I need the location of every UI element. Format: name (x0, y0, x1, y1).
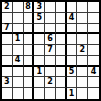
cell-r8c5[interactable]: 2 (45, 77, 56, 88)
cell-r7c5[interactable] (45, 67, 56, 78)
cell-r7c4[interactable]: 1 (34, 67, 45, 78)
cell-r1c3[interactable]: 8 (24, 2, 35, 13)
cell-r1c4[interactable]: 3 (34, 2, 45, 13)
cell-r9c7[interactable]: 1 (67, 88, 78, 99)
cell-r5c6[interactable] (56, 45, 67, 56)
cell-r7c9[interactable]: 4 (88, 67, 99, 78)
cell-r2c8[interactable] (77, 13, 88, 24)
cell-r4c1[interactable] (2, 34, 13, 45)
cell-r5c5[interactable]: 7 (45, 45, 56, 56)
cell-r7c7[interactable]: 5 (67, 67, 78, 78)
cell-r4c8[interactable] (77, 34, 88, 45)
cell-r1c1[interactable]: 2 (2, 2, 13, 13)
cell-r7c2[interactable] (13, 67, 24, 78)
cell-r4c3[interactable] (24, 34, 35, 45)
cell-r4c6[interactable] (56, 34, 67, 45)
cell-r6c8[interactable] (77, 56, 88, 67)
cell-r1c8[interactable] (77, 2, 88, 13)
cell-r7c3[interactable] (24, 67, 35, 78)
cell-r1c5[interactable] (45, 2, 56, 13)
cell-r4c9[interactable] (88, 34, 99, 45)
given-digit: 2 (47, 78, 53, 86)
cell-r9c3[interactable] (24, 88, 35, 99)
given-digit: 5 (36, 13, 42, 21)
cell-r3c5[interactable] (45, 24, 56, 35)
cell-r5c9[interactable] (88, 45, 99, 56)
given-digit: 7 (4, 23, 10, 31)
cell-r8c3[interactable] (24, 77, 35, 88)
cell-r3c4[interactable] (34, 24, 45, 35)
given-digit: 1 (15, 35, 21, 43)
cell-r8c9[interactable] (88, 77, 99, 88)
given-digit: 1 (69, 89, 75, 97)
cell-r9c6[interactable] (56, 88, 67, 99)
cell-r1c9[interactable] (88, 2, 99, 13)
cell-r9c1[interactable] (2, 88, 13, 99)
cell-r7c1[interactable] (2, 67, 13, 78)
cell-r4c4[interactable] (34, 34, 45, 45)
cell-r6c6[interactable] (56, 56, 67, 67)
cell-r5c8[interactable]: 2 (77, 45, 88, 56)
cell-r7c6[interactable] (56, 67, 67, 78)
given-digit: 4 (91, 67, 97, 75)
cell-r2c9[interactable] (88, 13, 99, 24)
given-digit: 4 (69, 13, 75, 21)
given-digit: 1 (36, 67, 42, 75)
given-digit: 5 (69, 67, 75, 75)
cell-r5c1[interactable] (2, 45, 13, 56)
given-digit: 2 (80, 45, 86, 53)
cell-r2c2[interactable] (13, 13, 24, 24)
given-digit: 3 (4, 78, 10, 86)
cell-r2c7[interactable]: 4 (67, 13, 78, 24)
cell-r6c4[interactable] (34, 56, 45, 67)
cell-r5c7[interactable] (67, 45, 78, 56)
cell-r9c2[interactable] (13, 88, 24, 99)
given-digit: 3 (36, 2, 42, 10)
given-digit: 6 (47, 35, 53, 43)
cell-r4c5[interactable]: 6 (45, 34, 56, 45)
cell-r3c6[interactable] (56, 24, 67, 35)
cell-r1c7[interactable] (67, 2, 78, 13)
cell-r8c6[interactable] (56, 77, 67, 88)
cell-r1c2[interactable] (13, 2, 24, 13)
given-digit: 8 (25, 2, 31, 10)
given-digit: 2 (4, 2, 10, 10)
cell-r5c4[interactable] (34, 45, 45, 56)
cell-r5c3[interactable] (24, 45, 35, 56)
cell-r4c2[interactable]: 1 (13, 34, 24, 45)
cell-r9c4[interactable] (34, 88, 45, 99)
cell-r9c5[interactable] (45, 88, 56, 99)
cell-r6c1[interactable] (2, 56, 13, 67)
given-digit: 4 (15, 56, 21, 64)
cell-r3c8[interactable] (77, 24, 88, 35)
cell-r2c3[interactable] (24, 13, 35, 24)
cell-r2c5[interactable] (45, 13, 56, 24)
cell-r9c9[interactable] (88, 88, 99, 99)
cell-r6c5[interactable] (45, 56, 56, 67)
cell-r3c1[interactable]: 7 (2, 24, 13, 35)
cell-r3c9[interactable] (88, 24, 99, 35)
cell-r4c7[interactable] (67, 34, 78, 45)
cell-r8c8[interactable] (77, 77, 88, 88)
cell-r3c7[interactable] (67, 24, 78, 35)
cell-r3c3[interactable] (24, 24, 35, 35)
cell-r2c6[interactable] (56, 13, 67, 24)
cell-r2c4[interactable]: 5 (34, 13, 45, 24)
cell-r8c1[interactable]: 3 (2, 77, 13, 88)
sudoku-board: 28354716724154321 (0, 0, 101, 101)
cell-r8c4[interactable] (34, 77, 45, 88)
given-digit: 7 (47, 45, 53, 53)
cell-r8c7[interactable] (67, 77, 78, 88)
cell-r7c8[interactable] (77, 67, 88, 78)
cell-r6c7[interactable] (67, 56, 78, 67)
cell-r6c9[interactable] (88, 56, 99, 67)
cell-r1c6[interactable] (56, 2, 67, 13)
cell-r6c3[interactable] (24, 56, 35, 67)
cell-r9c8[interactable] (77, 88, 88, 99)
cell-r3c2[interactable] (13, 24, 24, 35)
cell-r8c2[interactable] (13, 77, 24, 88)
cell-r6c2[interactable]: 4 (13, 56, 24, 67)
